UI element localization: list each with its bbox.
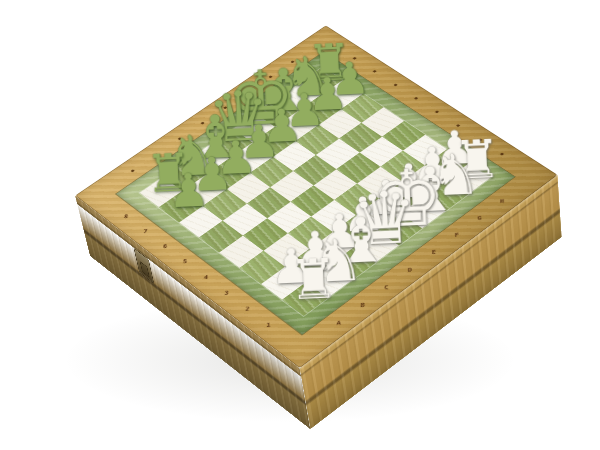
peg-dot-top-7 — [268, 75, 272, 78]
rank-label-3: 3 — [224, 290, 229, 296]
square-f6[interactable] — [296, 125, 339, 155]
square-h8[interactable]: ♜ — [301, 67, 343, 96]
green-pawn-e7[interactable]: ♟ — [234, 103, 329, 150]
square-e6[interactable] — [273, 141, 316, 171]
peg-dot-right-1 — [352, 57, 356, 60]
green-pawn-f7[interactable]: ♟ — [257, 87, 352, 134]
green-rook-h8[interactable]: ♜ — [282, 38, 376, 89]
peg-dot-top-8 — [290, 60, 294, 63]
square-g6[interactable] — [318, 109, 361, 139]
peg-dot-top-6 — [246, 91, 250, 94]
rank-label-5: 5 — [183, 259, 188, 265]
rank-label-8: 8 — [123, 214, 128, 220]
square-d8[interactable]: ♛ — [210, 129, 253, 159]
chess-set-photo: ♜♞♝♛♚♝♞♜♟♟♟♟♟♟♟♟♟♟♟♟♟♟♟♟♜♞♝♛♚♝♞♜ ABCDEFG… — [0, 0, 600, 450]
peg-dot-right-4 — [414, 97, 418, 100]
peg-dot-top-3 — [177, 137, 181, 140]
chess-box: ♜♞♝♛♚♝♞♜♟♟♟♟♟♟♟♟♟♟♟♟♟♟♟♟♜♞♝♛♚♝♞♜ ABCDEFG… — [75, 25, 558, 368]
square-g8[interactable]: ♞ — [278, 82, 320, 111]
peg-dot-right-5 — [435, 111, 439, 114]
camera-tilt-wrapper: ♜♞♝♛♚♝♞♜♟♟♟♟♟♟♟♟♟♟♟♟♟♟♟♟♜♞♝♛♚♝♞♜ ABCDEFG… — [0, 0, 600, 450]
file-label-b: B — [360, 302, 365, 308]
square-h5[interactable] — [361, 107, 404, 137]
clasp-latch-icon[interactable] — [134, 248, 155, 285]
file-label-h: H — [500, 198, 504, 204]
square-e8[interactable]: ♚ — [233, 113, 276, 143]
peg-dot-top-2 — [154, 153, 158, 156]
rank-label-6: 6 — [162, 244, 167, 250]
peg-dot-top-1 — [130, 169, 134, 172]
green-pawn-g7[interactable]: ♟ — [280, 72, 374, 119]
peg-dot-top-4 — [200, 122, 204, 125]
square-d6[interactable] — [250, 157, 293, 188]
square-g5[interactable] — [339, 123, 382, 153]
rank-label-7: 7 — [143, 228, 148, 234]
peg-dot-right-3 — [393, 84, 397, 87]
file-label-d: D — [407, 267, 412, 273]
square-e7[interactable]: ♟ — [253, 127, 296, 157]
green-king-e8[interactable]: ♚ — [213, 61, 309, 135]
green-bishop-f8[interactable]: ♝ — [237, 61, 332, 120]
rank-label-2: 2 — [245, 306, 250, 312]
green-knight-g8[interactable]: ♞ — [260, 49, 354, 104]
rank-label-1: 1 — [266, 322, 271, 328]
square-g7[interactable]: ♟ — [298, 96, 341, 125]
rank-label-4: 4 — [203, 274, 208, 280]
square-f5[interactable] — [316, 139, 359, 169]
square-h6[interactable] — [341, 94, 384, 123]
green-bishop-c8[interactable]: ♝ — [167, 108, 263, 168]
square-h7[interactable]: ♟ — [320, 80, 362, 109]
green-queen-d8[interactable]: ♛ — [190, 82, 286, 151]
file-label-g: G — [477, 215, 481, 221]
square-f7[interactable]: ♟ — [275, 111, 318, 141]
peg-dot-top-5 — [223, 106, 227, 109]
white-rook-a1[interactable]: ♜ — [262, 252, 364, 308]
box-top-face-frame: ♜♞♝♛♚♝♞♜♟♟♟♟♟♟♟♟♟♟♟♟♟♟♟♟♜♞♝♛♚♝♞♜ ABCDEFG… — [75, 25, 558, 368]
green-pawn-h7[interactable]: ♟ — [303, 56, 397, 102]
peg-dot-right-2 — [372, 70, 376, 73]
square-d7[interactable]: ♟ — [230, 143, 273, 173]
frame-dots-upper-left-edge — [118, 53, 305, 181]
file-label-e: E — [431, 249, 436, 255]
file-label-a: A — [335, 320, 340, 326]
green-pawn-d7[interactable]: ♟ — [211, 119, 307, 166]
square-e5[interactable] — [293, 155, 337, 186]
file-label-c: C — [384, 284, 389, 290]
file-label-f: F — [454, 232, 458, 238]
square-f8[interactable]: ♝ — [256, 98, 298, 127]
